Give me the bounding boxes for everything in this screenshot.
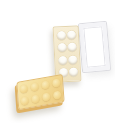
cookie-stud <box>31 94 39 103</box>
stencil-hole <box>57 43 66 52</box>
rectangle-cutter-frame <box>79 22 110 72</box>
cookie-stud <box>42 92 50 101</box>
stencil-hole <box>68 55 77 64</box>
cookie-stud <box>31 82 39 91</box>
brick-cookie <box>16 74 64 110</box>
cookie-stud <box>21 96 29 105</box>
cookie-stud <box>52 78 60 87</box>
cookie-stud <box>53 91 61 100</box>
stencil-hole <box>68 68 77 77</box>
cookie-stud <box>20 84 28 93</box>
stencil-hole <box>66 30 75 39</box>
cookie-stud <box>41 80 49 89</box>
stencil-hole <box>56 31 65 40</box>
stencil-hole <box>67 43 76 52</box>
stencil-hole <box>58 56 67 65</box>
product-photo-scene <box>0 0 115 123</box>
